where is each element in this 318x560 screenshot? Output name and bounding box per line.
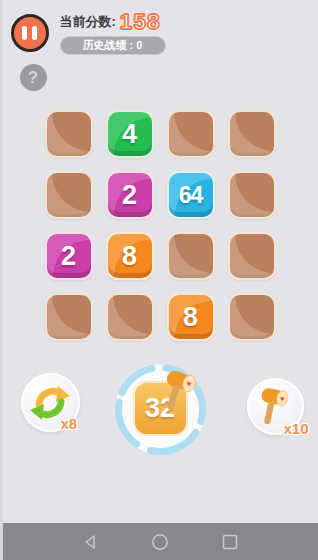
history-score-badge: 历史战绩 : 0 bbox=[60, 36, 166, 55]
shuffle-count-badge: x8 bbox=[61, 415, 78, 432]
nav-back-icon[interactable] bbox=[82, 533, 100, 551]
history-score-label: 历史战绩 : 0 bbox=[83, 38, 143, 53]
help-button[interactable]: ? bbox=[20, 64, 47, 91]
tile-empty-r4c1[interactable] bbox=[45, 293, 93, 341]
android-nav-bar bbox=[3, 523, 318, 560]
tile-number: 4 bbox=[122, 119, 137, 150]
hammer-count-badge: x10 bbox=[284, 420, 309, 437]
tile-number: 64 bbox=[179, 182, 203, 209]
hammer-icon: ♥ bbox=[159, 368, 203, 416]
score-value: 158 bbox=[120, 9, 161, 35]
pause-icon bbox=[22, 26, 27, 40]
help-icon: ? bbox=[28, 69, 38, 87]
tile-4-r1c2[interactable]: 4 bbox=[106, 110, 154, 158]
tile-2-r2c2[interactable]: 2 bbox=[106, 171, 154, 219]
game-board[interactable]: 4264288 bbox=[45, 110, 276, 341]
tile-empty-r2c1[interactable] bbox=[45, 171, 93, 219]
tile-number: 8 bbox=[183, 302, 198, 333]
pause-icon bbox=[32, 26, 37, 40]
tile-number: 8 bbox=[122, 241, 137, 272]
tile-number: 2 bbox=[61, 241, 76, 272]
tile-8-r3c2[interactable]: 8 bbox=[106, 232, 154, 280]
nav-home-icon[interactable] bbox=[151, 533, 169, 551]
tile-64-r2c3[interactable]: 64 bbox=[167, 171, 215, 219]
tile-8-r4c3[interactable]: 8 bbox=[167, 293, 215, 341]
tile-empty-r1c4[interactable] bbox=[228, 110, 276, 158]
next-tile-powerup-button[interactable]: 32 ♥ bbox=[113, 362, 208, 457]
tile-empty-r4c4[interactable] bbox=[228, 293, 276, 341]
tile-empty-r1c3[interactable] bbox=[167, 110, 215, 158]
tile-2-r3c1[interactable]: 2 bbox=[45, 232, 93, 280]
pause-button[interactable] bbox=[11, 14, 49, 52]
nav-recents-icon[interactable] bbox=[221, 533, 239, 551]
score-label: 当前分数: bbox=[60, 13, 116, 31]
game-screen: 当前分数: 158 历史战绩 : 0 ? 4264288 x8 32 bbox=[3, 0, 318, 560]
tile-number: 2 bbox=[122, 180, 137, 211]
score-row: 当前分数: 158 bbox=[60, 9, 162, 35]
tile-empty-r4c2[interactable] bbox=[106, 293, 154, 341]
tile-empty-r2c4[interactable] bbox=[228, 171, 276, 219]
tile-empty-r3c3[interactable] bbox=[167, 232, 215, 280]
tile-empty-r1c1[interactable] bbox=[45, 110, 93, 158]
tile-empty-r3c4[interactable] bbox=[228, 232, 276, 280]
